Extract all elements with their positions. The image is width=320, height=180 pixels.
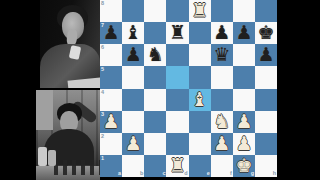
piece-white-rook[interactable]: ♜ — [191, 1, 208, 20]
square-b7[interactable]: ♝ — [122, 22, 144, 44]
square-g8[interactable] — [233, 0, 255, 22]
coord-file-b: b — [140, 171, 143, 177]
chess-board[interactable]: 8♜7♟♝♜♟♟♚6♟♞♛♟54♝3♟♞♟2♟♟♟1abcd♜efg♚h — [100, 0, 277, 177]
square-e7[interactable] — [189, 22, 211, 44]
piece-black-knight[interactable]: ♞ — [147, 45, 164, 64]
square-a5[interactable]: 5 — [100, 66, 122, 88]
player-photo-top — [40, 0, 100, 88]
square-h2[interactable] — [255, 133, 277, 155]
square-d1[interactable]: d♜ — [166, 155, 188, 177]
square-g6[interactable] — [233, 44, 255, 66]
piece-black-pawn[interactable]: ♟ — [235, 23, 252, 42]
square-g5[interactable] — [233, 66, 255, 88]
square-f2[interactable]: ♟ — [211, 133, 233, 155]
square-e6[interactable] — [189, 44, 211, 66]
square-h8[interactable] — [255, 0, 277, 22]
square-b8[interactable] — [122, 0, 144, 22]
square-d7[interactable]: ♜ — [166, 22, 188, 44]
photo-wall-shape — [36, 90, 53, 130]
coord-file-d: d — [184, 171, 187, 177]
square-e5[interactable] — [189, 66, 211, 88]
square-g7[interactable]: ♟ — [233, 22, 255, 44]
square-c2[interactable] — [144, 133, 166, 155]
square-e1[interactable]: e — [189, 155, 211, 177]
players-photo-panel — [0, 0, 100, 180]
coord-file-f: f — [230, 171, 232, 177]
square-d4[interactable] — [166, 89, 188, 111]
coord-rank-3: 3 — [101, 112, 104, 118]
piece-black-pawn[interactable]: ♟ — [103, 23, 120, 42]
piece-black-rook[interactable]: ♜ — [169, 23, 186, 42]
square-b4[interactable] — [122, 89, 144, 111]
square-h3[interactable] — [255, 111, 277, 133]
coord-file-a: a — [118, 171, 121, 177]
coord-rank-2: 2 — [101, 134, 104, 140]
square-e2[interactable] — [189, 133, 211, 155]
piece-white-pawn[interactable]: ♟ — [213, 134, 230, 153]
coord-file-h: h — [273, 171, 276, 177]
coord-file-c: c — [162, 171, 165, 177]
square-a2[interactable]: 2 — [100, 133, 122, 155]
square-c4[interactable] — [144, 89, 166, 111]
square-c1[interactable]: c — [144, 155, 166, 177]
square-f3[interactable]: ♞ — [211, 111, 233, 133]
square-b3[interactable] — [122, 111, 144, 133]
photo-cup-shape — [38, 147, 47, 166]
photo-chess-pieces-silhouette — [54, 160, 100, 175]
square-e4[interactable]: ♝ — [189, 89, 211, 111]
square-d8[interactable] — [166, 0, 188, 22]
coord-rank-5: 5 — [101, 67, 104, 73]
square-h4[interactable] — [255, 89, 277, 111]
square-e8[interactable]: ♜ — [189, 0, 211, 22]
piece-black-bishop[interactable]: ♝ — [125, 23, 142, 42]
square-d6[interactable] — [166, 44, 188, 66]
video-frame: 8♜7♟♝♜♟♟♚6♟♞♛♟54♝3♟♞♟2♟♟♟1abcd♜efg♚h — [0, 0, 320, 180]
coord-file-g: g — [251, 171, 254, 177]
square-b6[interactable]: ♟ — [122, 44, 144, 66]
piece-black-pawn[interactable]: ♟ — [213, 23, 230, 42]
photo-cup-shape — [48, 150, 56, 166]
square-f6[interactable]: ♛ — [211, 44, 233, 66]
square-h1[interactable]: h — [255, 155, 277, 177]
piece-black-pawn[interactable]: ♟ — [125, 45, 142, 64]
square-h6[interactable]: ♟ — [255, 44, 277, 66]
piece-white-bishop[interactable]: ♝ — [191, 90, 208, 109]
piece-white-pawn[interactable]: ♟ — [125, 134, 142, 153]
square-g1[interactable]: g♚ — [233, 155, 255, 177]
square-a3[interactable]: 3♟ — [100, 111, 122, 133]
square-a6[interactable]: 6 — [100, 44, 122, 66]
piece-white-pawn[interactable]: ♟ — [235, 134, 252, 153]
square-d3[interactable] — [166, 111, 188, 133]
square-f1[interactable]: f — [211, 155, 233, 177]
square-g4[interactable] — [233, 89, 255, 111]
square-h7[interactable]: ♚ — [255, 22, 277, 44]
piece-white-pawn[interactable]: ♟ — [235, 112, 252, 131]
coord-rank-1: 1 — [101, 156, 104, 162]
square-c5[interactable] — [144, 66, 166, 88]
square-f7[interactable]: ♟ — [211, 22, 233, 44]
piece-black-pawn[interactable]: ♟ — [258, 45, 275, 64]
piece-black-queen[interactable]: ♛ — [213, 45, 230, 64]
square-b1[interactable]: b — [122, 155, 144, 177]
square-a8[interactable]: 8 — [100, 0, 122, 22]
coord-rank-6: 6 — [101, 45, 104, 51]
square-c6[interactable]: ♞ — [144, 44, 166, 66]
coord-rank-7: 7 — [101, 23, 104, 29]
square-h5[interactable] — [255, 66, 277, 88]
square-f5[interactable] — [211, 66, 233, 88]
square-g2[interactable]: ♟ — [233, 133, 255, 155]
piece-white-knight[interactable]: ♞ — [213, 112, 230, 131]
square-e3[interactable] — [189, 111, 211, 133]
square-a1[interactable]: 1a — [100, 155, 122, 177]
square-d5[interactable] — [166, 66, 188, 88]
player-photo-bottom — [36, 90, 100, 180]
coord-rank-8: 8 — [101, 1, 104, 7]
square-b2[interactable]: ♟ — [122, 133, 144, 155]
piece-white-pawn[interactable]: ♟ — [103, 112, 120, 131]
square-d2[interactable] — [166, 133, 188, 155]
coord-rank-4: 4 — [101, 90, 104, 96]
square-f8[interactable] — [211, 0, 233, 22]
coord-file-e: e — [207, 171, 210, 177]
square-g3[interactable]: ♟ — [233, 111, 255, 133]
square-a4[interactable]: 4 — [100, 89, 122, 111]
square-c7[interactable] — [144, 22, 166, 44]
piece-black-king[interactable]: ♚ — [258, 23, 275, 42]
square-a7[interactable]: 7♟ — [100, 22, 122, 44]
square-b5[interactable] — [122, 66, 144, 88]
square-c3[interactable] — [144, 111, 166, 133]
square-f4[interactable] — [211, 89, 233, 111]
square-c8[interactable] — [144, 0, 166, 22]
